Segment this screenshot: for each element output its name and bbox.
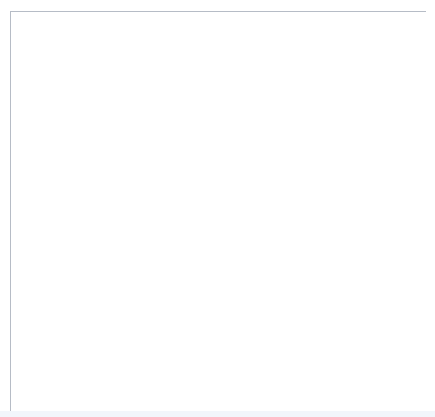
column-labels xyxy=(10,0,425,10)
bottom-gutter xyxy=(0,411,435,417)
row-labels-even xyxy=(0,11,9,410)
knitting-chart-editor xyxy=(0,0,435,417)
row-labels-odd xyxy=(425,11,435,410)
chart-grid xyxy=(10,11,426,411)
